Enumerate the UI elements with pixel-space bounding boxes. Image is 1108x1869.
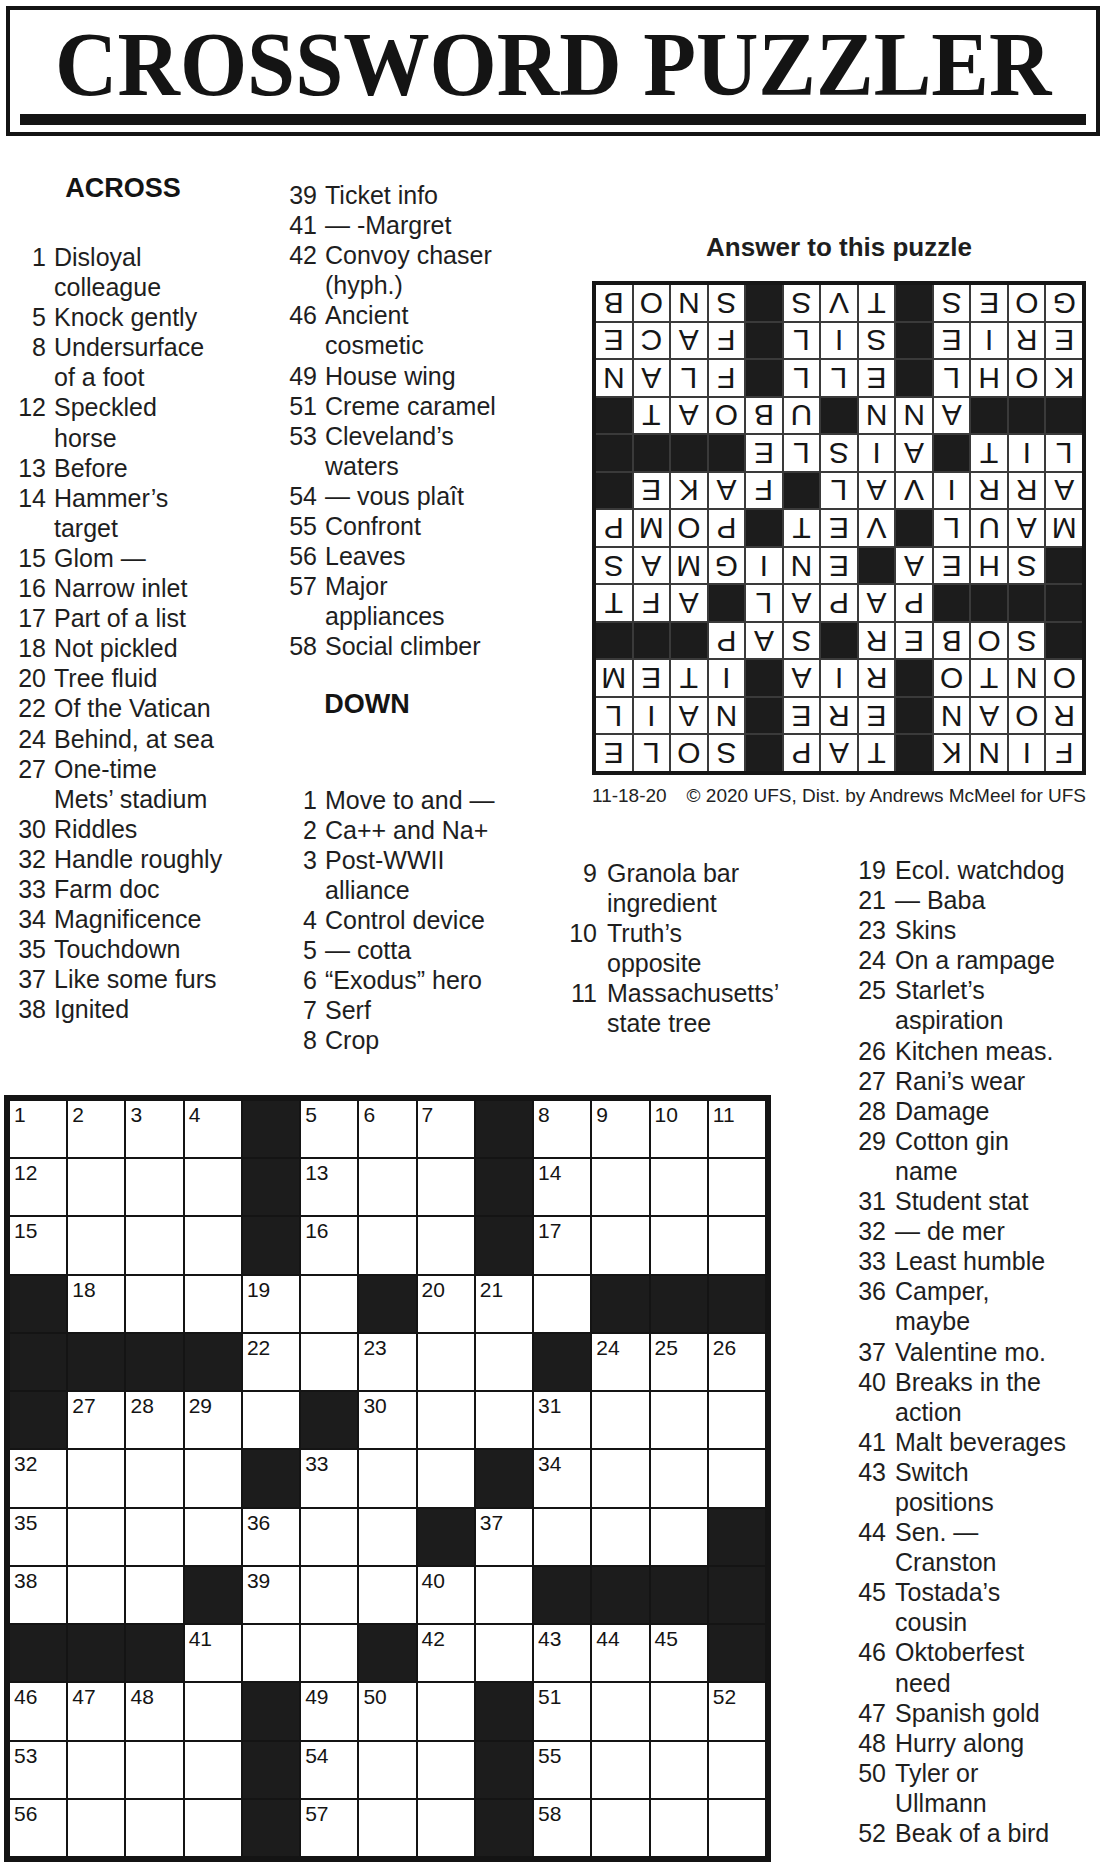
grid-cell[interactable]: [243, 1392, 299, 1448]
grid-cell[interactable]: [476, 1625, 532, 1681]
grid-cell[interactable]: [126, 1800, 182, 1856]
clue-number: 39: [253, 180, 317, 210]
answer-cell: E: [859, 360, 895, 396]
grid-cell[interactable]: 43: [534, 1625, 590, 1681]
cell-number: 32: [14, 1453, 37, 1474]
grid-cell[interactable]: [709, 1742, 765, 1798]
grid-cell[interactable]: 23: [359, 1334, 415, 1390]
answer-cell: E: [596, 323, 632, 359]
grid-cell[interactable]: 36: [243, 1509, 299, 1565]
answer-cell: N: [784, 548, 820, 584]
clue-text: Farm doc: [54, 874, 160, 904]
clue-22: 22Of the Vatican: [8, 693, 238, 723]
grid-cell[interactable]: 1: [10, 1101, 66, 1157]
clue-text: Serf: [325, 995, 371, 1025]
clue-text: Ancient cosmetic: [325, 300, 424, 360]
answer-black-cell: [671, 435, 707, 471]
grid-cell[interactable]: 5: [301, 1101, 357, 1157]
grid-cell[interactable]: 32: [10, 1450, 66, 1506]
grid-cell[interactable]: 11: [709, 1101, 765, 1157]
answer-cell: O: [1009, 285, 1045, 321]
cell-number: 1: [14, 1104, 26, 1125]
grid-black-cell: [243, 1159, 299, 1215]
grid-cell[interactable]: 21: [476, 1276, 532, 1332]
clue-number: 50: [853, 1758, 886, 1818]
grid-cell[interactable]: 34: [534, 1450, 590, 1506]
grid-cell[interactable]: 42: [418, 1625, 474, 1681]
grid-cell[interactable]: [418, 1450, 474, 1506]
grid-cell[interactable]: 57: [301, 1800, 357, 1856]
masthead-rule: [20, 114, 1086, 125]
grid-cell[interactable]: [68, 1567, 124, 1623]
answer-cell: G: [709, 548, 745, 584]
clue-number: 27: [853, 1066, 886, 1096]
clue-42: 42Convoy chaser (hyph.): [253, 240, 481, 300]
grid-cell[interactable]: 53: [10, 1742, 66, 1798]
grid-cell[interactable]: [243, 1625, 299, 1681]
answer-black-cell: [784, 473, 820, 509]
grid-cell[interactable]: [185, 1683, 241, 1739]
clue-52: 52Beak of a bird: [853, 1818, 1108, 1848]
page-title: CROSSWORD PUZZLER: [55, 18, 1051, 110]
clue-text: Post-WWII alliance: [325, 845, 444, 905]
grid-cell[interactable]: 40: [418, 1567, 474, 1623]
grid-cell[interactable]: [126, 1742, 182, 1798]
grid-cell[interactable]: [359, 1800, 415, 1856]
grid-black-cell: [243, 1683, 299, 1739]
clue-16: 16Narrow inlet: [8, 573, 238, 603]
clue-text: Behind, at sea: [54, 724, 214, 754]
clue-number: 57: [253, 571, 317, 631]
grid-cell[interactable]: [476, 1392, 532, 1448]
grid-cell[interactable]: [301, 1509, 357, 1565]
grid-cell[interactable]: 49: [301, 1683, 357, 1739]
grid-cell[interactable]: [651, 1742, 707, 1798]
grid-cell[interactable]: 56: [10, 1800, 66, 1856]
clue-5: 5— cotta: [253, 935, 481, 965]
grid-cell[interactable]: [592, 1742, 648, 1798]
grid-cell[interactable]: 9: [592, 1101, 648, 1157]
clue-text: Hurry along: [895, 1728, 1024, 1758]
grid-cell[interactable]: 20: [418, 1276, 474, 1332]
answer-cell: C: [634, 323, 670, 359]
grid-cell[interactable]: [651, 1392, 707, 1448]
grid-cell[interactable]: 27: [68, 1392, 124, 1448]
grid-cell[interactable]: 37: [476, 1509, 532, 1565]
answer-black-cell: [634, 623, 670, 659]
clue-number: 30: [8, 814, 46, 844]
clue-1: 1Move to and —: [253, 785, 481, 815]
grid-cell[interactable]: 45: [651, 1625, 707, 1681]
cell-number: 43: [538, 1628, 561, 1649]
cell-number: 49: [305, 1686, 328, 1707]
grid-cell[interactable]: 19: [243, 1276, 299, 1332]
grid-cell[interactable]: [592, 1450, 648, 1506]
grid-cell[interactable]: 35: [10, 1509, 66, 1565]
cell-number: 56: [14, 1803, 37, 1824]
clue-number: 42: [253, 240, 317, 300]
grid-cell[interactable]: 30: [359, 1392, 415, 1448]
crossword-page: CROSSWORD PUZZLER ACROSS 1Disloyal colle…: [0, 0, 1108, 1869]
grid-cell[interactable]: 14: [534, 1159, 590, 1215]
clue-text: Like some furs: [54, 964, 217, 994]
grid-cell[interactable]: [68, 1800, 124, 1856]
clue-1: 1Disloyal colleague: [8, 242, 238, 302]
grid-cell[interactable]: [301, 1567, 357, 1623]
clue-text: Hammer’s target: [54, 483, 168, 543]
grid-cell[interactable]: [185, 1800, 241, 1856]
grid-cell[interactable]: 26: [709, 1334, 765, 1390]
grid-cell[interactable]: 41: [185, 1625, 241, 1681]
answer-cell: N: [934, 698, 970, 734]
grid-cell[interactable]: [185, 1509, 241, 1565]
grid-cell[interactable]: [709, 1217, 765, 1273]
clue-text: Social climber: [325, 631, 481, 661]
clue-number: 43: [853, 1457, 886, 1517]
answer-cell: S: [784, 623, 820, 659]
clue-45: 45Tostada’s cousin: [853, 1577, 1108, 1637]
grid-cell[interactable]: [418, 1217, 474, 1273]
clue-34: 34Magnificence: [8, 904, 238, 934]
clue-number: 26: [853, 1036, 886, 1066]
answer-cell: I: [934, 473, 970, 509]
clue-number: 55: [253, 511, 317, 541]
grid-cell[interactable]: 25: [651, 1334, 707, 1390]
grid-cell[interactable]: [126, 1159, 182, 1215]
grid-cell[interactable]: [592, 1683, 648, 1739]
clue-50: 50Tyler or Ullmann: [853, 1758, 1108, 1818]
clue-text: Leaves: [325, 541, 406, 571]
grid-cell[interactable]: [126, 1567, 182, 1623]
cell-number: 55: [538, 1745, 561, 1766]
cell-number: 19: [247, 1279, 270, 1300]
grid-cell[interactable]: [418, 1800, 474, 1856]
clue-number: 56: [253, 541, 317, 571]
grid-cell[interactable]: [126, 1450, 182, 1506]
clue-text: Cotton gin name: [895, 1126, 1009, 1186]
grid-cell[interactable]: [185, 1450, 241, 1506]
answer-cell: A: [746, 623, 782, 659]
grid-cell[interactable]: [68, 1450, 124, 1506]
grid-cell[interactable]: [301, 1276, 357, 1332]
grid-cell[interactable]: [126, 1509, 182, 1565]
clue-14: 14Hammer’s target: [8, 483, 238, 543]
grid-cell[interactable]: [301, 1625, 357, 1681]
grid-cell[interactable]: [185, 1159, 241, 1215]
grid-cell[interactable]: [301, 1334, 357, 1390]
clue-number: 9: [540, 858, 597, 918]
answer-black-cell: [596, 623, 632, 659]
clue-text: Valentine mo.: [895, 1337, 1046, 1367]
grid-cell[interactable]: [68, 1159, 124, 1215]
clue-43: 43Switch positions: [853, 1457, 1108, 1517]
grid-cell[interactable]: 2: [68, 1101, 124, 1157]
answer-cell: O: [634, 285, 670, 321]
grid-cell[interactable]: [418, 1392, 474, 1448]
cell-number: 35: [14, 1512, 37, 1533]
clue-number: 44: [853, 1517, 886, 1577]
grid-cell[interactable]: 38: [10, 1567, 66, 1623]
grid-cell[interactable]: [359, 1217, 415, 1273]
grid-cell[interactable]: [418, 1334, 474, 1390]
grid-cell[interactable]: 7: [418, 1101, 474, 1157]
grid-cell[interactable]: [68, 1509, 124, 1565]
grid-cell[interactable]: 6: [359, 1101, 415, 1157]
clue-text: Tyler or Ullmann: [895, 1758, 987, 1818]
cell-number: 5: [305, 1104, 317, 1125]
grid-cell[interactable]: 33: [301, 1450, 357, 1506]
clue-number: 4: [253, 905, 317, 935]
grid-cell[interactable]: [476, 1334, 532, 1390]
grid-cell[interactable]: 58: [534, 1800, 590, 1856]
answer-black-cell: [1009, 585, 1045, 621]
grid-cell[interactable]: [418, 1159, 474, 1215]
clue-46: 46Oktoberfest need: [853, 1637, 1108, 1697]
answer-cell: H: [971, 360, 1007, 396]
grid-cell[interactable]: 17: [534, 1217, 590, 1273]
answer-section-title: Answer to this puzzle: [592, 232, 1086, 263]
grid-black-cell: [592, 1567, 648, 1623]
clue-text: Move to and —: [325, 785, 495, 815]
clue-number: 51: [253, 391, 317, 421]
clue-text: — Baba: [895, 885, 985, 915]
grid-cell[interactable]: 18: [68, 1276, 124, 1332]
answer-black-cell: [671, 623, 707, 659]
clue-text: Handle roughly: [54, 844, 222, 874]
grid-cell[interactable]: 54: [301, 1742, 357, 1798]
answer-cell: S: [1009, 623, 1045, 659]
clue-text: — vous plaît: [325, 481, 464, 511]
grid-black-cell: [651, 1567, 707, 1623]
answer-cell: A: [859, 585, 895, 621]
grid-black-cell: [10, 1334, 66, 1390]
clue-30: 30Riddles: [8, 814, 238, 844]
clue-number: 40: [853, 1367, 886, 1427]
clue-33: 33Least humble: [853, 1246, 1108, 1276]
grid-cell[interactable]: [592, 1800, 648, 1856]
cell-number: 13: [305, 1162, 328, 1183]
answer-cell: I: [821, 660, 857, 696]
down-clue-column-9-11: 9Granola bar ingredient10Truth’s opposit…: [540, 858, 820, 1039]
grid-cell[interactable]: [709, 1800, 765, 1856]
grid-cell[interactable]: 16: [301, 1217, 357, 1273]
grid-cell[interactable]: [651, 1159, 707, 1215]
grid-cell[interactable]: [359, 1159, 415, 1215]
grid-cell[interactable]: [68, 1742, 124, 1798]
grid-black-cell: [476, 1742, 532, 1798]
clue-number: 5: [8, 302, 46, 332]
grid-cell[interactable]: [592, 1217, 648, 1273]
grid-cell[interactable]: [126, 1217, 182, 1273]
clue-number: 48: [853, 1728, 886, 1758]
grid-cell[interactable]: 12: [10, 1159, 66, 1215]
answer-cell: U: [971, 510, 1007, 546]
grid-cell[interactable]: [359, 1567, 415, 1623]
answer-cell: S: [1009, 548, 1045, 584]
clue-text: Tree fluid: [54, 663, 157, 693]
clue-number: 7: [253, 995, 317, 1025]
grid-cell[interactable]: [476, 1567, 532, 1623]
answer-cell: S: [709, 285, 745, 321]
answer-cell: U: [784, 398, 820, 434]
grid-cell[interactable]: 46: [10, 1683, 66, 1739]
answer-cell: I: [746, 548, 782, 584]
grid-black-cell: [476, 1159, 532, 1215]
answer-cell: E: [859, 698, 895, 734]
clue-text: Touchdown: [54, 934, 180, 964]
grid-cell[interactable]: [592, 1159, 648, 1215]
clue-58: 58Social climber: [253, 631, 481, 661]
answer-cell: E: [634, 473, 670, 509]
grid-black-cell: [10, 1392, 66, 1448]
clue-32: 32— de mer: [853, 1216, 1108, 1246]
clue-number: 49: [253, 361, 317, 391]
grid-cell[interactable]: 31: [534, 1392, 590, 1448]
grid-cell[interactable]: [592, 1509, 648, 1565]
cell-number: 9: [596, 1104, 608, 1125]
grid-black-cell: [476, 1101, 532, 1157]
clue-number: 52: [853, 1818, 886, 1848]
answer-cell: O: [1009, 360, 1045, 396]
grid-cell[interactable]: [359, 1450, 415, 1506]
grid-cell[interactable]: 15: [10, 1217, 66, 1273]
answer-cell: P: [821, 585, 857, 621]
answer-cell: A: [671, 398, 707, 434]
grid-cell[interactable]: 24: [592, 1334, 648, 1390]
cell-number: 50: [363, 1686, 386, 1707]
answer-cell: T: [971, 660, 1007, 696]
clue-4: 4Control device: [253, 905, 481, 935]
clue-number: 20: [8, 663, 46, 693]
grid-cell[interactable]: 29: [185, 1392, 241, 1448]
clue-number: 33: [853, 1246, 886, 1276]
cell-number: 39: [247, 1570, 270, 1591]
answer-cell: O: [709, 398, 745, 434]
clue-text: Confront: [325, 511, 421, 541]
clue-number: 19: [853, 855, 886, 885]
clue-number: 58: [253, 631, 317, 661]
grid-cell[interactable]: [651, 1800, 707, 1856]
clue-text: Crop: [325, 1025, 379, 1055]
grid-cell[interactable]: 44: [592, 1625, 648, 1681]
grid-cell[interactable]: 50: [359, 1683, 415, 1739]
grid-cell[interactable]: 4: [185, 1101, 241, 1157]
grid-cell[interactable]: 48: [126, 1683, 182, 1739]
grid-cell[interactable]: [359, 1742, 415, 1798]
answer-black-cell: [896, 660, 932, 696]
grid-cell[interactable]: [651, 1683, 707, 1739]
grid-cell[interactable]: [359, 1509, 415, 1565]
grid-cell[interactable]: 22: [243, 1334, 299, 1390]
answer-cell: A: [1046, 473, 1082, 509]
grid-cell[interactable]: [185, 1276, 241, 1332]
clue-18: 18Not pickled: [8, 633, 238, 663]
clue-47: 47Spanish gold: [853, 1698, 1108, 1728]
grid-cell[interactable]: 39: [243, 1567, 299, 1623]
grid-cell[interactable]: 55: [534, 1742, 590, 1798]
clue-text: Magnificence: [54, 904, 201, 934]
cell-number: 54: [305, 1745, 328, 1766]
cell-number: 22: [247, 1337, 270, 1358]
cell-number: 53: [14, 1745, 37, 1766]
answer-black-cell: [859, 548, 895, 584]
answer-cell: R: [1046, 698, 1082, 734]
cell-number: 42: [422, 1628, 445, 1649]
grid-cell[interactable]: [592, 1392, 648, 1448]
grid-cell[interactable]: 28: [126, 1392, 182, 1448]
grid-cell[interactable]: [709, 1392, 765, 1448]
grid-cell[interactable]: [534, 1509, 590, 1565]
grid-cell[interactable]: [68, 1217, 124, 1273]
answer-cell: N: [971, 735, 1007, 771]
answer-cell: T: [859, 735, 895, 771]
copyright-line: © 2020 UFS, Dist. by Andrews McMeel for …: [687, 785, 1086, 807]
clue-text: Part of a list: [54, 603, 186, 633]
clue-number: 8: [253, 1025, 317, 1055]
answer-cell: L: [821, 360, 857, 396]
answer-cell: L: [934, 510, 970, 546]
grid-cell[interactable]: [185, 1217, 241, 1273]
grid-cell[interactable]: [185, 1742, 241, 1798]
clue-text: Damage: [895, 1096, 990, 1126]
grid-cell[interactable]: 51: [534, 1683, 590, 1739]
answer-cell: E: [1046, 323, 1082, 359]
answer-cell: L: [784, 323, 820, 359]
answer-cell: V: [859, 510, 895, 546]
grid-cell[interactable]: 52: [709, 1683, 765, 1739]
grid-cell[interactable]: 10: [651, 1101, 707, 1157]
answer-black-cell: [746, 323, 782, 359]
grid-black-cell: [243, 1450, 299, 1506]
grid-cell[interactable]: [534, 1276, 590, 1332]
clue-text: Least humble: [895, 1246, 1045, 1276]
grid-cell[interactable]: [651, 1217, 707, 1273]
grid-cell[interactable]: [651, 1509, 707, 1565]
cell-number: 16: [305, 1220, 328, 1241]
grid-black-cell: [10, 1276, 66, 1332]
grid-cell[interactable]: [651, 1450, 707, 1506]
answer-black-cell: [971, 585, 1007, 621]
puzzle-date: 11-18-20: [592, 785, 667, 807]
answer-black-cell: [896, 323, 932, 359]
clue-53: 53Cleveland’s waters: [253, 421, 481, 481]
answer-grid: FINKTAPSOLEROANERENAILONTORIAITEMSOBERSA…: [592, 281, 1086, 775]
answer-cell: A: [671, 585, 707, 621]
clue-12: 12Speckled horse: [8, 392, 238, 452]
answer-cell: R: [971, 473, 1007, 509]
grid-cell[interactable]: [709, 1450, 765, 1506]
cell-number: 10: [655, 1104, 678, 1125]
clue-text: Ticket info: [325, 180, 438, 210]
grid-cell[interactable]: 13: [301, 1159, 357, 1215]
cell-number: 29: [189, 1395, 212, 1416]
answer-cell: R: [1009, 473, 1045, 509]
grid-cell[interactable]: 8: [534, 1101, 590, 1157]
clue-41: 41Malt beverages: [853, 1427, 1108, 1457]
grid-cell[interactable]: 3: [126, 1101, 182, 1157]
grid-cell[interactable]: 47: [68, 1683, 124, 1739]
clue-38: 38Ignited: [8, 994, 238, 1024]
clue-number: 8: [8, 332, 46, 392]
grid-cell[interactable]: [418, 1742, 474, 1798]
clue-23: 23Skins: [853, 915, 1108, 945]
grid-cell[interactable]: [126, 1276, 182, 1332]
grid-cell[interactable]: [709, 1159, 765, 1215]
clue-text: Control device: [325, 905, 485, 935]
grid-cell[interactable]: [418, 1683, 474, 1739]
answer-cell: S: [934, 285, 970, 321]
answer-cell: B: [746, 398, 782, 434]
